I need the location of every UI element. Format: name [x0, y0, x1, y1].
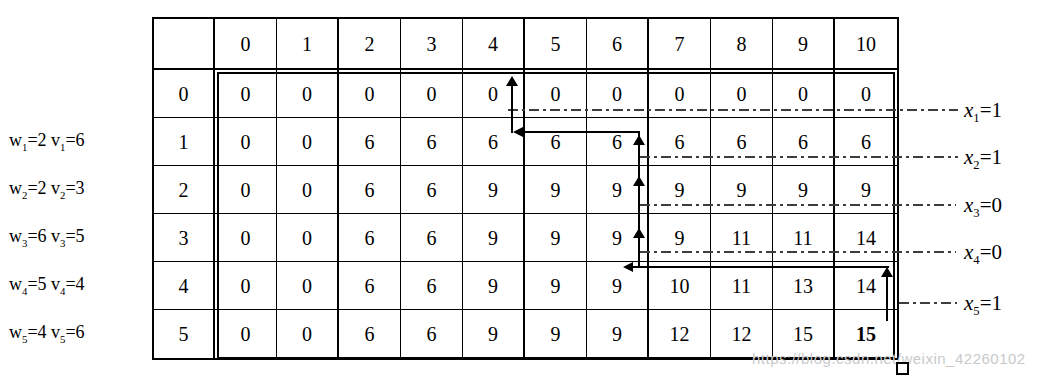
dash-line-x5: [899, 302, 957, 304]
cell-r2-c3: 6: [401, 166, 463, 214]
cell-r3-c7: 9: [649, 214, 711, 262]
cell-r3-c2: 6: [339, 214, 401, 262]
cell-r4-c1: 0: [277, 262, 339, 310]
header-cell-6: 5: [525, 19, 587, 70]
cell-r2-c1: 0: [277, 166, 339, 214]
cell-r5-c1: 0: [277, 310, 339, 358]
cell-r1-c8: 6: [711, 118, 773, 166]
header-cell-3: 2: [339, 19, 401, 70]
dash-line-x3: [640, 204, 956, 206]
traceback-line-col10-up: [886, 275, 888, 321]
traceback-arrowhead-col6-b-icon: [633, 176, 645, 186]
dash-line-x2: [640, 156, 958, 158]
header-cell-9: 8: [711, 19, 773, 70]
cell-r3-c8: 11: [711, 214, 773, 262]
cell-r1-c9: 6: [773, 118, 835, 166]
cell-r1-c7: 6: [649, 118, 711, 166]
item-label-4: w4=5 v4=4: [9, 274, 151, 297]
header-cell-8: 7: [649, 19, 711, 70]
traceback-arrowhead-row1-icon: [513, 127, 523, 137]
cell-r3-c1: 0: [277, 214, 339, 262]
cell-r0-c1: 0: [277, 70, 339, 118]
cell-r2-c10: 9: [835, 166, 897, 214]
cell-r5-c4: 9: [463, 310, 525, 358]
cell-r4-c2: 6: [339, 262, 401, 310]
traceback-arrowhead-row0-icon: [506, 76, 518, 86]
traceback-arrowhead-col10-icon: [881, 267, 893, 277]
item-label-2: w2=2 v2=3: [9, 178, 151, 201]
header-cell-4: 3: [401, 19, 463, 70]
cell-r5-c2: 6: [339, 310, 401, 358]
cell-r5-c5: 9: [525, 310, 587, 358]
cell-r3-c3: 6: [401, 214, 463, 262]
traceback-arrowhead-row4-icon: [623, 262, 633, 272]
row-label-2: 2: [154, 166, 215, 214]
cell-r5-c7: 12: [649, 310, 711, 358]
cell-r5-c6: 9: [587, 310, 649, 358]
row-label-3: 3: [154, 214, 215, 262]
dash-line-x1: [508, 109, 958, 111]
dp-table: 0123456789100000000000001006666666662006…: [152, 17, 899, 360]
dash-line-x4: [640, 251, 956, 253]
cell-r4-c3: 6: [401, 262, 463, 310]
header-cell-11: 10: [835, 19, 897, 70]
cell-r4-c8: 11: [711, 262, 773, 310]
solution-label-x5: x5=1: [964, 291, 1002, 319]
header-cell-10: 9: [773, 19, 835, 70]
cell-r2-c5: 9: [525, 166, 587, 214]
item-label-1: w1=2 v1=6: [9, 130, 151, 153]
cell-r5-c3: 6: [401, 310, 463, 358]
cell-r1-c2: 6: [339, 118, 401, 166]
cell-r2-c7: 9: [649, 166, 711, 214]
cell-r1-c0: 0: [215, 118, 277, 166]
row-label-4: 4: [154, 262, 215, 310]
solution-label-x2: x2=1: [964, 145, 1002, 173]
cell-r0-c3: 0: [401, 70, 463, 118]
cell-r1-c4: 6: [463, 118, 525, 166]
traceback-arrowhead-col6-a-icon: [633, 135, 645, 145]
cell-r4-c7: 10: [649, 262, 711, 310]
traceback-line-col4-up: [511, 84, 513, 133]
cell-r2-c0: 0: [215, 166, 277, 214]
cell-r0-c2: 0: [339, 70, 401, 118]
header-cell-7: 6: [587, 19, 649, 70]
item-label-5: w5=4 v5=6: [9, 322, 151, 345]
cell-r1-c3: 6: [401, 118, 463, 166]
row-label-0: 0: [154, 70, 215, 118]
cell-r1-c1: 0: [277, 118, 339, 166]
cell-r2-c2: 6: [339, 166, 401, 214]
header-cell-1: 0: [215, 19, 277, 70]
cell-r3-c9: 11: [773, 214, 835, 262]
cell-r4-c5: 9: [525, 262, 587, 310]
solution-label-x3: x3=0: [964, 193, 1002, 221]
header-cell-2: 1: [277, 19, 339, 70]
cell-r4-c6: 9: [587, 262, 649, 310]
row-label-1: 1: [154, 118, 215, 166]
cell-r1-c5: 6: [525, 118, 587, 166]
cell-r2-c9: 9: [773, 166, 835, 214]
cell-r3-c10: 14: [835, 214, 897, 262]
traceback-line-col6-up: [638, 132, 640, 268]
traceback-arrowhead-col6-c-icon: [633, 228, 645, 238]
solution-label-x1: x1=1: [964, 98, 1002, 126]
watermark: https://blog.csdn.net/weixin_42260102: [752, 350, 1026, 367]
cell-r5-c0: 0: [215, 310, 277, 358]
cell-r3-c0: 0: [215, 214, 277, 262]
selection-handle: [896, 362, 909, 375]
cell-r4-c4: 9: [463, 262, 525, 310]
cell-r3-c4: 9: [463, 214, 525, 262]
cell-r0-c0: 0: [215, 70, 277, 118]
cell-r2-c8: 9: [711, 166, 773, 214]
traceback-line-row1-left: [517, 131, 640, 133]
cell-r4-c0: 0: [215, 262, 277, 310]
solution-label-x4: x4=0: [964, 240, 1002, 268]
item-label-3: w3=6 v3=5: [9, 226, 151, 249]
row-label-5: 5: [154, 310, 215, 358]
cell-r2-c4: 9: [463, 166, 525, 214]
header-cell-5: 4: [463, 19, 525, 70]
header-cell-0: [154, 19, 215, 70]
cell-r4-c9: 13: [773, 262, 835, 310]
cell-r3-c5: 9: [525, 214, 587, 262]
cell-r1-c10: 6: [835, 118, 897, 166]
knapsack-dp-figure: 0123456789100000000000001006666666662006…: [0, 0, 1040, 378]
traceback-line-row4-left: [628, 266, 889, 268]
